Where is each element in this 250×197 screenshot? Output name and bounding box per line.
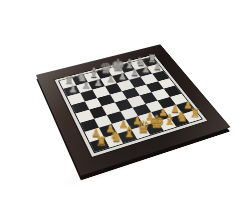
piece-gold-white-bishop: ♝: [122, 125, 137, 140]
piece-silver-black-pawn: ♟: [139, 65, 152, 74]
piece-gold-white-knight: ♞: [175, 111, 189, 124]
piece-gold-white-king: ♚: [149, 114, 164, 132]
piece-silver-black-pawn: ♟: [116, 71, 129, 81]
piece-silver-black-pawn: ♟: [128, 68, 141, 77]
chess-board: ♜♞♝♛♚♝♞♜♟♟♟♟♟♟♟♟♟♟♟♟♟♟♟♟♜♞♝♛♚♝♞♜: [58, 56, 203, 153]
scene: ♜♞♝♛♚♝♞♜♟♟♟♟♟♟♟♟♟♟♟♟♟♟♟♟♜♞♝♛♚♝♞♜: [0, 0, 250, 197]
chess-set-product-photo: ♜♞♝♛♚♝♞♜♟♟♟♟♟♟♟♟♟♟♟♟♟♟♟♟♜♞♝♛♚♝♞♜: [0, 0, 250, 197]
piece-silver-black-pawn: ♟: [92, 78, 105, 88]
piece-gold-white-rook: ♜: [94, 136, 109, 149]
piece-gold-white-knight: ♞: [108, 131, 123, 145]
piece-silver-black-pawn: ♟: [104, 74, 117, 84]
piece-gold-white-queen: ♛: [136, 120, 151, 136]
piece-silver-black-pawn: ♟: [66, 84, 79, 94]
piece-gold-white-rook: ♜: [188, 108, 202, 120]
piece-silver-black-pawn: ♟: [151, 62, 164, 71]
piece-silver-black-pawn: ♟: [79, 81, 92, 91]
